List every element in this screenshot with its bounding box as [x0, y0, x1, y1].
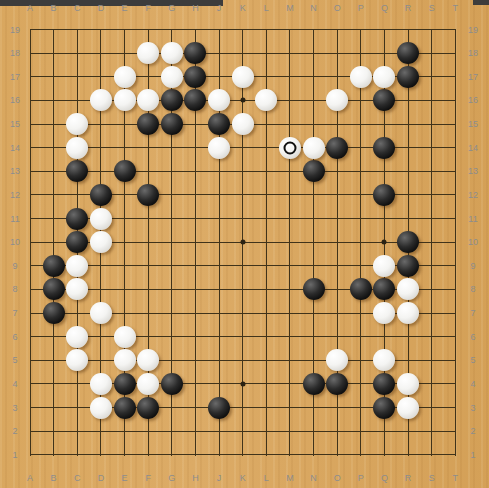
white-stone-d3 [90, 397, 112, 419]
coord-top-g: G [168, 4, 175, 13]
coord-right-2: 2 [470, 427, 475, 436]
coord-bottom-m: M [286, 474, 294, 483]
coord-bottom-r: R [405, 474, 412, 483]
grid-line-vertical [360, 30, 361, 456]
white-stone-c14 [66, 137, 88, 159]
black-stone-q14 [373, 137, 395, 159]
white-stone-c9 [66, 255, 88, 277]
star-point-k16 [240, 98, 245, 103]
coord-top-a: A [27, 4, 33, 13]
black-stone-g16 [161, 89, 183, 111]
coord-left-1: 1 [12, 450, 17, 459]
last-move-marker [283, 141, 296, 154]
white-stone-r3 [397, 397, 419, 419]
coord-left-6: 6 [12, 332, 17, 341]
coord-right-12: 12 [468, 190, 478, 199]
coord-top-r: R [405, 4, 412, 13]
black-stone-r18 [397, 42, 419, 64]
white-stone-m14 [279, 137, 301, 159]
black-stone-o14 [326, 137, 348, 159]
black-stone-g15 [161, 113, 183, 135]
coord-left-19: 19 [10, 25, 20, 34]
coord-left-10: 10 [10, 238, 20, 247]
coord-right-10: 10 [468, 238, 478, 247]
coord-bottom-g: G [168, 474, 175, 483]
black-stone-o4 [326, 373, 348, 395]
white-stone-c8 [66, 278, 88, 300]
black-stone-n13 [303, 160, 325, 182]
grid-line-vertical [53, 30, 54, 456]
grid-line-vertical [289, 30, 290, 456]
black-stone-q4 [373, 373, 395, 395]
black-stone-e13 [114, 160, 136, 182]
white-stone-d10 [90, 231, 112, 253]
coord-right-15: 15 [468, 120, 478, 129]
coord-bottom-a: A [27, 474, 33, 483]
coord-right-4: 4 [470, 379, 475, 388]
coord-right-7: 7 [470, 309, 475, 318]
white-stone-k17 [232, 66, 254, 88]
coord-top-m: M [286, 4, 294, 13]
coord-right-1: 1 [470, 450, 475, 459]
black-stone-n4 [303, 373, 325, 395]
star-point-k4 [240, 381, 245, 386]
coord-left-7: 7 [12, 309, 17, 318]
coord-right-3: 3 [470, 403, 475, 412]
black-stone-r10 [397, 231, 419, 253]
go-app-screen: AABBCCDDEEFFGGHHJJKKLLMMNNOOPPQQRRSSTT19… [0, 0, 489, 488]
coord-top-l: L [264, 4, 269, 13]
black-stone-b8 [43, 278, 65, 300]
black-stone-h18 [184, 42, 206, 64]
coord-left-12: 12 [10, 190, 20, 199]
white-stone-c15 [66, 113, 88, 135]
coord-top-h: H [192, 4, 199, 13]
white-stone-l16 [255, 89, 277, 111]
black-stone-c11 [66, 208, 88, 230]
black-stone-b9 [43, 255, 65, 277]
grid-line-horizontal [30, 29, 456, 30]
black-stone-c10 [66, 231, 88, 253]
black-stone-e4 [114, 373, 136, 395]
white-stone-r8 [397, 278, 419, 300]
coord-bottom-n: N [310, 474, 317, 483]
coord-left-16: 16 [10, 96, 20, 105]
coord-left-15: 15 [10, 120, 20, 129]
white-stone-q9 [373, 255, 395, 277]
coord-top-p: P [358, 4, 364, 13]
coord-top-d: D [98, 4, 105, 13]
coord-top-b: B [51, 4, 57, 13]
white-stone-n14 [303, 137, 325, 159]
coord-left-2: 2 [12, 427, 17, 436]
grid-line-horizontal [30, 431, 456, 432]
white-stone-g17 [161, 66, 183, 88]
coord-bottom-d: D [98, 474, 105, 483]
coord-left-14: 14 [10, 143, 20, 152]
coord-bottom-l: L [264, 474, 269, 483]
black-stone-r9 [397, 255, 419, 277]
coord-right-18: 18 [468, 49, 478, 58]
coord-bottom-p: P [358, 474, 364, 483]
white-stone-d16 [90, 89, 112, 111]
black-stone-c13 [66, 160, 88, 182]
coord-right-14: 14 [468, 143, 478, 152]
coord-right-19: 19 [468, 25, 478, 34]
white-stone-e6 [114, 326, 136, 348]
coord-bottom-h: H [192, 474, 199, 483]
white-stone-q7 [373, 302, 395, 324]
grid-line-vertical [30, 30, 31, 456]
coord-bottom-o: O [334, 474, 341, 483]
grid-line-horizontal [30, 171, 456, 172]
black-stone-d12 [90, 184, 112, 206]
black-stone-j3 [208, 397, 230, 419]
black-stone-g4 [161, 373, 183, 395]
white-stone-d7 [90, 302, 112, 324]
coord-top-s: S [429, 4, 435, 13]
black-stone-n8 [303, 278, 325, 300]
black-stone-r17 [397, 66, 419, 88]
coord-right-16: 16 [468, 96, 478, 105]
white-stone-k15 [232, 113, 254, 135]
black-stone-e3 [114, 397, 136, 419]
grid-line-vertical [455, 30, 456, 456]
coord-left-4: 4 [12, 379, 17, 388]
coord-bottom-q: Q [381, 474, 388, 483]
black-stone-p8 [350, 278, 372, 300]
coord-right-5: 5 [470, 356, 475, 365]
black-stone-f15 [137, 113, 159, 135]
coord-top-t: T [453, 4, 459, 13]
grid-line-horizontal [30, 454, 456, 455]
white-stone-o5 [326, 349, 348, 371]
coord-bottom-e: E [122, 474, 128, 483]
star-point-q10 [382, 240, 387, 245]
coord-left-17: 17 [10, 72, 20, 81]
white-stone-f5 [137, 349, 159, 371]
white-stone-e17 [114, 66, 136, 88]
black-stone-h17 [184, 66, 206, 88]
coord-bottom-s: S [429, 474, 435, 483]
white-stone-f16 [137, 89, 159, 111]
white-stone-e16 [114, 89, 136, 111]
star-point-k10 [240, 240, 245, 245]
white-stone-j16 [208, 89, 230, 111]
coord-top-f: F [145, 4, 151, 13]
coord-bottom-k: K [240, 474, 246, 483]
coord-bottom-c: C [74, 474, 81, 483]
white-stone-r7 [397, 302, 419, 324]
coord-right-17: 17 [468, 72, 478, 81]
black-stone-f3 [137, 397, 159, 419]
coord-left-5: 5 [12, 356, 17, 365]
coord-right-11: 11 [468, 214, 477, 223]
white-stone-q17 [373, 66, 395, 88]
coord-top-q: Q [381, 4, 388, 13]
black-stone-q12 [373, 184, 395, 206]
white-stone-g18 [161, 42, 183, 64]
white-stone-o16 [326, 89, 348, 111]
black-stone-b7 [43, 302, 65, 324]
white-stone-r4 [397, 373, 419, 395]
coord-left-13: 13 [10, 167, 20, 176]
white-stone-f18 [137, 42, 159, 64]
coord-left-11: 11 [10, 214, 19, 223]
black-stone-j15 [208, 113, 230, 135]
black-stone-q16 [373, 89, 395, 111]
coord-bottom-t: T [453, 474, 459, 483]
coord-left-18: 18 [10, 49, 20, 58]
coord-bottom-b: B [51, 474, 57, 483]
coord-top-e: E [122, 4, 128, 13]
coord-right-13: 13 [468, 167, 478, 176]
coord-right-9: 9 [470, 261, 475, 270]
coord-top-n: N [310, 4, 317, 13]
white-stone-d11 [90, 208, 112, 230]
coord-bottom-j: J [217, 474, 222, 483]
coord-right-8: 8 [470, 285, 475, 294]
white-stone-f4 [137, 373, 159, 395]
white-stone-d4 [90, 373, 112, 395]
white-stone-j14 [208, 137, 230, 159]
white-stone-q5 [373, 349, 395, 371]
white-stone-c6 [66, 326, 88, 348]
grid-line-horizontal [30, 53, 456, 54]
coord-bottom-f: F [145, 474, 151, 483]
coord-top-j: J [217, 4, 222, 13]
black-stone-q8 [373, 278, 395, 300]
coord-left-8: 8 [12, 285, 17, 294]
coord-right-6: 6 [470, 332, 475, 341]
white-stone-p17 [350, 66, 372, 88]
grid-line-vertical [431, 30, 432, 456]
coord-top-k: K [240, 4, 246, 13]
grid-line-horizontal [30, 336, 456, 337]
goban[interactable]: AABBCCDDEEFFGGHHJJKKLLMMNNOOPPQQRRSSTT19… [0, 0, 489, 488]
coord-top-o: O [334, 4, 341, 13]
white-stone-e5 [114, 349, 136, 371]
coord-left-9: 9 [12, 261, 17, 270]
coord-top-c: C [74, 4, 81, 13]
black-stone-h16 [184, 89, 206, 111]
white-stone-c5 [66, 349, 88, 371]
black-stone-f12 [137, 184, 159, 206]
coord-left-3: 3 [12, 403, 17, 412]
black-stone-q3 [373, 397, 395, 419]
